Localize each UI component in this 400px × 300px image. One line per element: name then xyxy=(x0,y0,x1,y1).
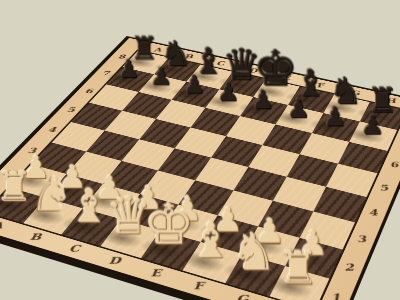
perspective-container: ABCDEFGH ABCDEFGH 87654321 87654321 ♜♞♝♛… xyxy=(0,0,400,300)
white-knight-g1[interactable]: ♞ xyxy=(231,226,277,277)
white-rook-a1[interactable]: ♜ xyxy=(0,167,32,208)
chess-scene: ABCDEFGH ABCDEFGH 87654321 87654321 ♜♞♝♛… xyxy=(0,0,400,300)
white-bishop-f1[interactable]: ♝ xyxy=(189,217,232,265)
square-g5[interactable] xyxy=(287,154,338,187)
chess-piece-glyph: ♜ xyxy=(278,246,318,291)
chess-piece-glyph: ♚ xyxy=(144,196,195,253)
chess-piece-glyph: ♜ xyxy=(0,167,32,208)
white-knight-b1[interactable]: ♞ xyxy=(30,171,73,219)
chess-piece-glyph: ♞ xyxy=(231,226,277,277)
square-f4[interactable] xyxy=(234,167,287,201)
square-g4[interactable] xyxy=(273,177,326,212)
white-rook-h1[interactable]: ♜ xyxy=(278,246,318,291)
white-bishop-c1[interactable]: ♝ xyxy=(69,183,110,229)
chess-piece-glyph: ♝ xyxy=(69,183,110,229)
square-e4[interactable] xyxy=(195,158,248,191)
rank-label-5: 5 xyxy=(369,175,399,201)
file-label-f: F xyxy=(175,276,223,295)
chess-board: ABCDEFGH ABCDEFGH 87654321 87654321 ♜♞♝♛… xyxy=(0,36,400,300)
chess-piece-glyph: ♞ xyxy=(30,171,73,219)
chess-piece-glyph: ♝ xyxy=(189,217,232,265)
white-king-e1[interactable]: ♚ xyxy=(144,196,195,253)
